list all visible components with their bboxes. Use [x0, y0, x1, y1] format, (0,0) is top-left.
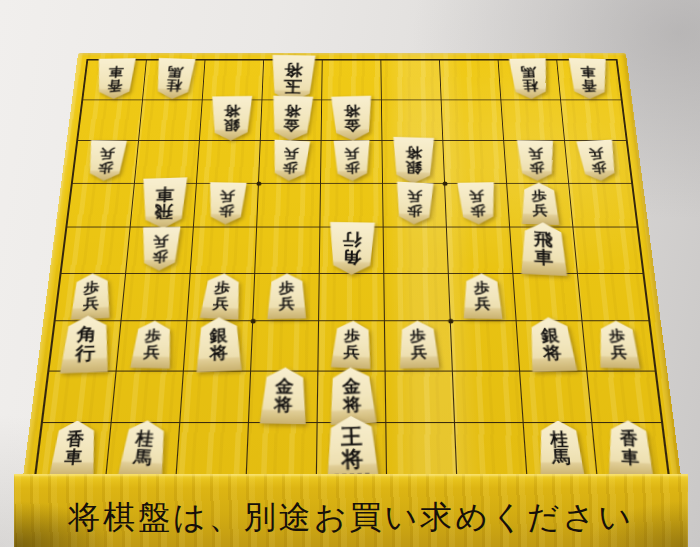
piece-gote-pawn-5c[interactable]: 歩兵	[330, 140, 374, 181]
cell-5f[interactable]	[319, 274, 385, 322]
cell-9b[interactable]	[78, 100, 143, 141]
piece-gote-lance-1a[interactable]: 香車	[565, 58, 612, 100]
cell-4b[interactable]	[382, 100, 443, 141]
cell-2b[interactable]	[501, 100, 565, 141]
piece-sente-pawn-9f[interactable]: 歩兵	[67, 272, 115, 320]
piece-gote-pawn-7d[interactable]: 歩兵	[203, 183, 250, 226]
cell-1f[interactable]	[578, 274, 649, 322]
piece-gote-pawn-2c[interactable]: 歩兵	[514, 140, 560, 181]
cell-7e[interactable]	[191, 228, 257, 274]
cell-9h[interactable]	[43, 371, 117, 423]
cell-2h[interactable]	[520, 371, 592, 423]
piece-sente-gold-6h[interactable]: 金将	[255, 367, 312, 424]
board-scene: 香車桂馬玉将桂馬香車銀将金将金将歩兵歩兵歩兵銀将歩兵歩兵飛車歩兵歩兵歩兵歩兵角行…	[20, 53, 683, 497]
piece-sente-silver-2g[interactable]: 銀将	[522, 317, 581, 373]
cell-6d[interactable]	[257, 183, 321, 227]
piece-gote-lance-9a[interactable]: 香車	[91, 58, 139, 99]
hoshi-dot	[443, 181, 448, 185]
cell-2f[interactable]	[513, 274, 582, 322]
cell-4i[interactable]	[386, 424, 457, 478]
hoshi-dot	[448, 319, 453, 324]
cell-8f[interactable]	[121, 274, 190, 322]
piece-gote-bishop-5e[interactable]: 角行	[324, 222, 379, 275]
cell-1b[interactable]	[561, 100, 626, 141]
cell-1h[interactable]	[587, 371, 661, 423]
cell-7h[interactable]	[180, 371, 251, 423]
cell-7c[interactable]	[197, 141, 261, 184]
piece-gote-pawn-4d[interactable]: 歩兵	[392, 182, 437, 226]
cell-3e[interactable]	[447, 228, 513, 274]
cell-6i[interactable]	[247, 424, 318, 478]
cell-6g[interactable]	[251, 322, 319, 372]
piece-sente-pawn-4g[interactable]: 歩兵	[394, 321, 443, 369]
cell-8h[interactable]	[112, 371, 184, 423]
caption-text: 将棋盤は、別途お買い求めください	[14, 496, 688, 540]
cell-7i[interactable]	[176, 424, 248, 478]
piece-gote-knight-8a[interactable]: 桂馬	[150, 58, 199, 100]
shogi-board: 香車桂馬玉将桂馬香車銀将金将金将歩兵歩兵歩兵銀将歩兵歩兵飛車歩兵歩兵歩兵歩兵角行…	[20, 53, 683, 497]
cell-3h[interactable]	[453, 371, 524, 423]
piece-sente-knight-8i[interactable]: 桂馬	[114, 419, 173, 477]
piece-sente-pawn-5g[interactable]: 歩兵	[327, 320, 376, 370]
cell-4e[interactable]	[384, 228, 449, 274]
piece-gote-gold-6b[interactable]: 金将	[266, 96, 317, 142]
cell-4f[interactable]	[384, 274, 451, 322]
piece-gote-pawn-6c[interactable]: 歩兵	[267, 139, 314, 181]
piece-gote-pawn-9c[interactable]: 歩兵	[82, 140, 130, 181]
piece-gote-pawn-1c[interactable]: 歩兵	[573, 139, 623, 181]
piece-sente-pawn-2d[interactable]: 歩兵	[517, 182, 563, 225]
board-front-edge: 将棋盤は、別途お買い求めください	[14, 474, 688, 547]
cell-8b[interactable]	[139, 100, 203, 141]
cell-9d[interactable]	[67, 183, 135, 227]
piece-gote-pawn-8e[interactable]: 歩兵	[136, 227, 184, 271]
piece-sente-pawn-8g[interactable]: 歩兵	[126, 321, 178, 369]
piece-gote-silver-7b[interactable]: 銀将	[206, 96, 256, 141]
piece-sente-pawn-3f[interactable]: 歩兵	[459, 273, 506, 319]
piece-sente-lance-1i[interactable]: 香車	[602, 419, 657, 477]
piece-sente-bishop-9g[interactable]: 角行	[55, 315, 115, 374]
piece-sente-pawn-1g[interactable]: 歩兵	[593, 321, 644, 369]
piece-sente-knight-2i[interactable]: 桂馬	[532, 421, 589, 477]
photo-stage: 香車桂馬玉将桂馬香車銀将金将金将歩兵歩兵歩兵銀将歩兵歩兵飛車歩兵歩兵歩兵歩兵角行…	[0, 0, 700, 547]
piece-sente-lance-9i[interactable]: 香車	[45, 421, 103, 477]
cell-4a[interactable]	[381, 61, 441, 100]
cell-4h[interactable]	[386, 371, 455, 423]
cell-9e[interactable]	[62, 228, 131, 274]
piece-gote-silver-4c[interactable]: 銀将	[388, 137, 438, 185]
cell-5a[interactable]	[322, 61, 382, 100]
piece-gote-pawn-3d[interactable]: 歩兵	[454, 183, 501, 226]
cell-3i[interactable]	[455, 424, 527, 478]
piece-sente-silver-7g[interactable]: 銀将	[192, 316, 246, 373]
cell-1e[interactable]	[573, 228, 642, 274]
piece-sente-rook-2e[interactable]: 飛車	[516, 221, 571, 276]
cell-3c[interactable]	[443, 141, 507, 184]
piece-gote-knight-2a[interactable]: 桂馬	[505, 58, 554, 99]
piece-gote-rook-8d[interactable]: 飛車	[136, 178, 191, 230]
piece-gote-gold-5b[interactable]: 金将	[327, 96, 377, 142]
cell-6e[interactable]	[255, 228, 320, 274]
board-grid: 香車桂馬玉将桂馬香車銀将金将金将歩兵歩兵歩兵銀将歩兵歩兵飛車歩兵歩兵歩兵歩兵角行…	[34, 59, 671, 480]
cell-7a[interactable]	[203, 61, 264, 100]
cell-3g[interactable]	[451, 322, 520, 372]
piece-sente-pawn-7f[interactable]: 歩兵	[196, 272, 247, 320]
cell-3a[interactable]	[440, 61, 501, 100]
piece-sente-pawn-6f[interactable]: 歩兵	[264, 273, 310, 319]
piece-sente-king-5i[interactable]: 王将	[321, 415, 384, 481]
cell-1d[interactable]	[569, 183, 637, 227]
cell-3b[interactable]	[442, 100, 505, 141]
